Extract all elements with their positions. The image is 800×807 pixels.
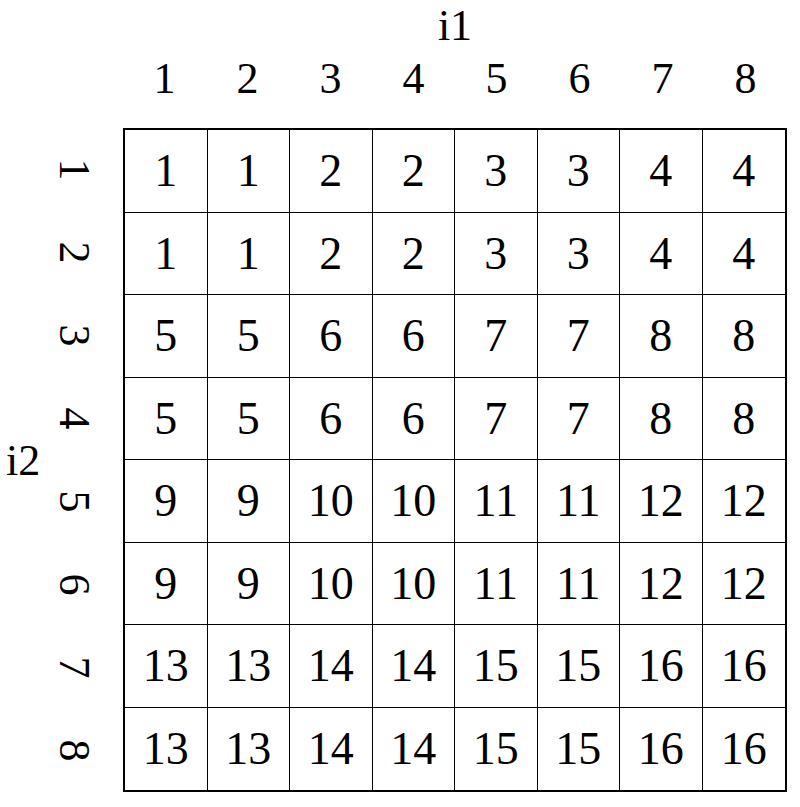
cell-r2-c3: 2 <box>290 213 373 296</box>
col-header-2: 2 <box>206 52 289 104</box>
cell-r1-c5: 3 <box>455 130 538 213</box>
cell-r5-c6: 11 <box>538 460 621 543</box>
cell-r8-c7: 16 <box>620 708 703 791</box>
cell-r3-c7: 8 <box>620 295 703 378</box>
cell-r2-c6: 3 <box>538 213 621 296</box>
cell-r6-c2: 9 <box>208 543 291 626</box>
row-header-label: 1 <box>49 159 100 181</box>
cell-r8-c2: 13 <box>208 708 291 791</box>
cell-r4-c6: 7 <box>538 378 621 461</box>
cell-r2-c7: 4 <box>620 213 703 296</box>
col-header-6: 6 <box>538 52 621 104</box>
cell-r6-c1: 9 <box>125 543 208 626</box>
cell-r2-c4: 2 <box>373 213 456 296</box>
cell-r5-c3: 10 <box>290 460 373 543</box>
cell-r2-c8: 4 <box>703 213 786 296</box>
row-header-7: 7 <box>50 626 98 709</box>
col-header-7: 7 <box>621 52 704 104</box>
col-header-4: 4 <box>372 52 455 104</box>
cell-r5-c5: 11 <box>455 460 538 543</box>
cell-r7-c1: 13 <box>125 625 208 708</box>
cell-r4-c2: 5 <box>208 378 291 461</box>
col-header-5: 5 <box>455 52 538 104</box>
cell-r7-c6: 15 <box>538 625 621 708</box>
cell-r1-c2: 1 <box>208 130 291 213</box>
cell-r4-c8: 8 <box>703 378 786 461</box>
cell-r1-c1: 1 <box>125 130 208 213</box>
cell-r3-c5: 7 <box>455 295 538 378</box>
cell-r7-c7: 16 <box>620 625 703 708</box>
cell-r3-c3: 6 <box>290 295 373 378</box>
cell-r3-c1: 5 <box>125 295 208 378</box>
cell-r5-c1: 9 <box>125 460 208 543</box>
cell-r3-c4: 6 <box>373 295 456 378</box>
cell-r4-c7: 8 <box>620 378 703 461</box>
cell-r4-c5: 7 <box>455 378 538 461</box>
cell-r8-c6: 15 <box>538 708 621 791</box>
cell-r6-c7: 12 <box>620 543 703 626</box>
cell-r8-c4: 14 <box>373 708 456 791</box>
cell-r6-c5: 11 <box>455 543 538 626</box>
cell-r5-c7: 12 <box>620 460 703 543</box>
cell-r6-c8: 12 <box>703 543 786 626</box>
row-header-6: 6 <box>50 543 98 626</box>
cell-r3-c8: 8 <box>703 295 786 378</box>
row-header-8: 8 <box>50 709 98 792</box>
row-header-label: 7 <box>49 657 100 679</box>
cell-r5-c2: 9 <box>208 460 291 543</box>
cell-r1-c6: 3 <box>538 130 621 213</box>
cell-r6-c4: 10 <box>373 543 456 626</box>
cell-r7-c3: 14 <box>290 625 373 708</box>
cell-r8-c8: 16 <box>703 708 786 791</box>
col-headers: 12345678 <box>123 52 787 104</box>
cell-r4-c1: 5 <box>125 378 208 461</box>
cell-r8-c5: 15 <box>455 708 538 791</box>
row-header-label: 5 <box>49 491 100 513</box>
row-header-label: 8 <box>49 740 100 762</box>
cell-r7-c4: 14 <box>373 625 456 708</box>
cell-r8-c3: 14 <box>290 708 373 791</box>
row-header-4: 4 <box>50 377 98 460</box>
cell-r2-c2: 1 <box>208 213 291 296</box>
row-headers: 12345678 <box>50 128 98 792</box>
cell-r4-c3: 6 <box>290 378 373 461</box>
index-grid-figure: i1 12345678 12345678 i2 1122334411223344… <box>0 0 800 807</box>
col-header-1: 1 <box>123 52 206 104</box>
row-header-1: 1 <box>50 128 98 211</box>
cell-r2-c1: 1 <box>125 213 208 296</box>
cell-r4-c4: 6 <box>373 378 456 461</box>
row-header-3: 3 <box>50 294 98 377</box>
cell-r7-c5: 15 <box>455 625 538 708</box>
cell-r6-c6: 11 <box>538 543 621 626</box>
cell-r1-c4: 2 <box>373 130 456 213</box>
col-header-3: 3 <box>289 52 372 104</box>
row-header-label: 3 <box>49 325 100 347</box>
row-header-label: 2 <box>49 242 100 264</box>
cell-r1-c7: 4 <box>620 130 703 213</box>
col-axis-label: i1 <box>123 2 787 48</box>
cell-r1-c8: 4 <box>703 130 786 213</box>
row-header-label: 4 <box>49 408 100 430</box>
cell-r7-c8: 16 <box>703 625 786 708</box>
cell-r3-c2: 5 <box>208 295 291 378</box>
cell-r6-c3: 10 <box>290 543 373 626</box>
cell-r2-c5: 3 <box>455 213 538 296</box>
row-axis-label: i2 <box>6 128 40 792</box>
cell-r5-c8: 12 <box>703 460 786 543</box>
cell-r7-c2: 13 <box>208 625 291 708</box>
cell-r1-c3: 2 <box>290 130 373 213</box>
row-header-2: 2 <box>50 211 98 294</box>
row-header-label: 6 <box>49 574 100 596</box>
row-header-5: 5 <box>50 460 98 543</box>
cell-r5-c4: 10 <box>373 460 456 543</box>
cell-r3-c6: 7 <box>538 295 621 378</box>
cell-r8-c1: 13 <box>125 708 208 791</box>
col-header-8: 8 <box>704 52 787 104</box>
index-grid: 1122334411223344556677885566778899101011… <box>123 128 787 792</box>
